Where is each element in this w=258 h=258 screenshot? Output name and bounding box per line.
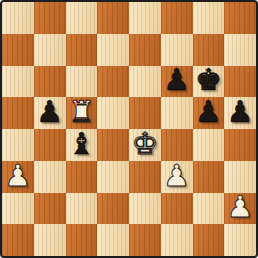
square-b4[interactable] (34, 129, 66, 161)
square-f1[interactable] (161, 224, 193, 256)
board-grid: ♟♚♟♜♟♟♝♚♟♟♟ (2, 2, 256, 256)
white-rook[interactable]: ♜ (68, 97, 95, 127)
square-d8[interactable] (97, 2, 129, 34)
square-d5[interactable] (97, 97, 129, 129)
square-b5[interactable]: ♟ (34, 97, 66, 129)
white-pawn[interactable]: ♟ (4, 161, 31, 191)
square-g3[interactable] (193, 161, 225, 193)
square-f8[interactable] (161, 2, 193, 34)
square-e6[interactable] (129, 66, 161, 98)
square-f6[interactable]: ♟ (161, 66, 193, 98)
square-e2[interactable] (129, 193, 161, 225)
square-e1[interactable] (129, 224, 161, 256)
square-h7[interactable] (224, 34, 256, 66)
square-h2[interactable]: ♟ (224, 193, 256, 225)
square-g7[interactable] (193, 34, 225, 66)
square-g1[interactable] (193, 224, 225, 256)
square-g6[interactable]: ♚ (193, 66, 225, 98)
square-a5[interactable] (2, 97, 34, 129)
square-d4[interactable] (97, 129, 129, 161)
square-b8[interactable] (34, 2, 66, 34)
square-c6[interactable] (66, 66, 98, 98)
square-g2[interactable] (193, 193, 225, 225)
white-pawn[interactable]: ♟ (163, 161, 190, 191)
square-c2[interactable] (66, 193, 98, 225)
square-e4[interactable]: ♚ (129, 129, 161, 161)
square-c4[interactable]: ♝ (66, 129, 98, 161)
square-a2[interactable] (2, 193, 34, 225)
square-d3[interactable] (97, 161, 129, 193)
square-c3[interactable] (66, 161, 98, 193)
square-a4[interactable] (2, 129, 34, 161)
square-e3[interactable] (129, 161, 161, 193)
white-king[interactable]: ♚ (131, 129, 158, 159)
square-g5[interactable]: ♟ (193, 97, 225, 129)
square-f5[interactable] (161, 97, 193, 129)
square-d1[interactable] (97, 224, 129, 256)
square-f3[interactable]: ♟ (161, 161, 193, 193)
square-c1[interactable] (66, 224, 98, 256)
black-pawn[interactable]: ♟ (163, 66, 190, 96)
square-d6[interactable] (97, 66, 129, 98)
square-h4[interactable] (224, 129, 256, 161)
square-h3[interactable] (224, 161, 256, 193)
black-king[interactable]: ♚ (195, 66, 222, 96)
square-f2[interactable] (161, 193, 193, 225)
square-a7[interactable] (2, 34, 34, 66)
square-g8[interactable] (193, 2, 225, 34)
square-b1[interactable] (34, 224, 66, 256)
square-f4[interactable] (161, 129, 193, 161)
square-h1[interactable] (224, 224, 256, 256)
black-bishop[interactable]: ♝ (68, 129, 95, 159)
square-b6[interactable] (34, 66, 66, 98)
square-b7[interactable] (34, 34, 66, 66)
square-d2[interactable] (97, 193, 129, 225)
black-pawn[interactable]: ♟ (36, 97, 63, 127)
square-e8[interactable] (129, 2, 161, 34)
square-a1[interactable] (2, 224, 34, 256)
chess-board: ♟♚♟♜♟♟♝♚♟♟♟ (0, 0, 258, 258)
square-a8[interactable] (2, 2, 34, 34)
square-c5[interactable]: ♜ (66, 97, 98, 129)
square-a3[interactable]: ♟ (2, 161, 34, 193)
white-pawn[interactable]: ♟ (227, 193, 254, 223)
square-h6[interactable] (224, 66, 256, 98)
square-a6[interactable] (2, 66, 34, 98)
square-b2[interactable] (34, 193, 66, 225)
square-d7[interactable] (97, 34, 129, 66)
black-pawn[interactable]: ♟ (227, 97, 254, 127)
square-e7[interactable] (129, 34, 161, 66)
square-g4[interactable] (193, 129, 225, 161)
square-b3[interactable] (34, 161, 66, 193)
square-h5[interactable]: ♟ (224, 97, 256, 129)
square-h8[interactable] (224, 2, 256, 34)
black-pawn[interactable]: ♟ (195, 97, 222, 127)
square-c8[interactable] (66, 2, 98, 34)
square-e5[interactable] (129, 97, 161, 129)
square-f7[interactable] (161, 34, 193, 66)
square-c7[interactable] (66, 34, 98, 66)
